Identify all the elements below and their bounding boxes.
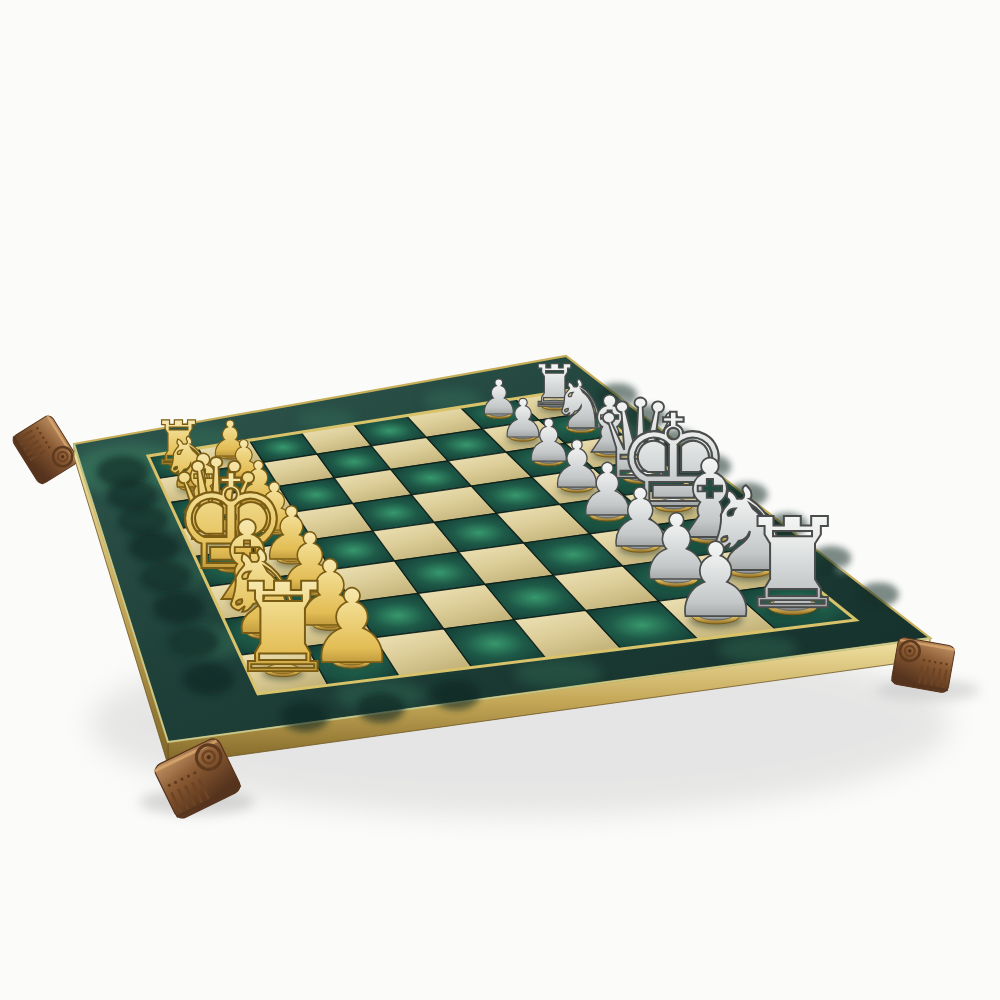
svg-text:♜: ♜ [227,556,338,700]
chess-board-photo: ♜♟♞♟♝♟♟♜♛♟♟♞♟♚♝♟♟♝♛♟♟♚♞♟♟♝♜♟♟♞♟♜ [0,0,1000,1000]
svg-text:♟: ♟ [670,521,762,640]
piece-gold-rook-h1: ♜ [227,556,338,700]
product-photo-canvas: ♜♟♞♟♝♟♟♜♛♟♟♞♟♚♝♟♟♝♛♟♟♚♞♟♟♝♜♟♟♞♟♜ [0,0,1000,1000]
foot-far-left [11,414,80,486]
piece-silver-pawn-h7: ♟ [670,521,762,640]
foot-near-right [891,637,956,694]
